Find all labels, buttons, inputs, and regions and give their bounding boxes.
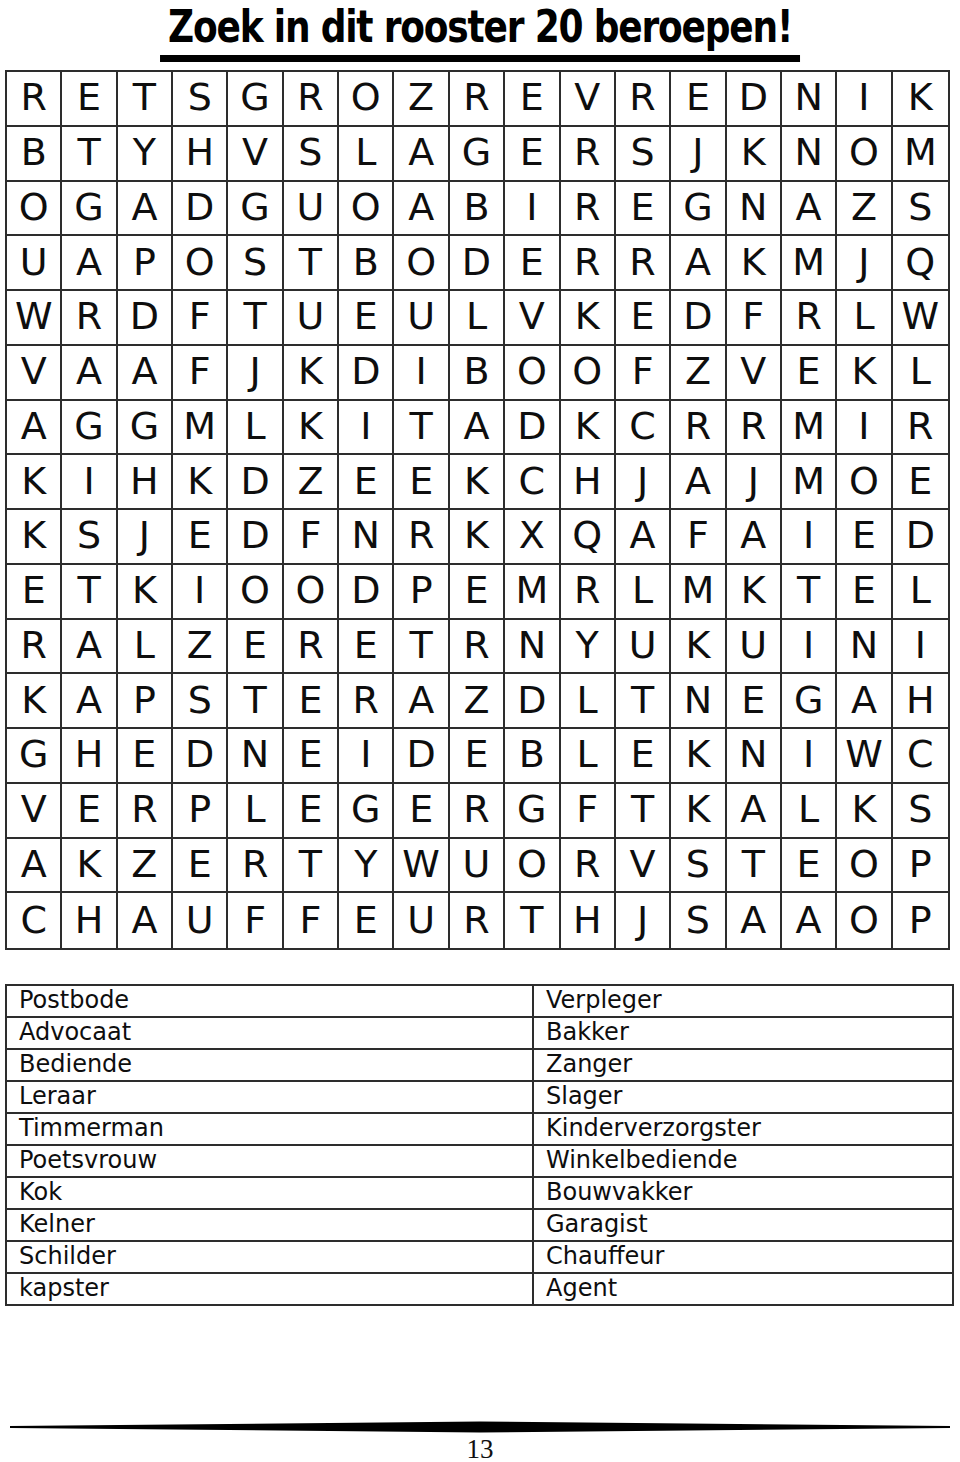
grid-cell: C: [7, 893, 62, 948]
grid-cell: Z: [118, 839, 173, 894]
grid-cell: O: [837, 127, 892, 182]
grid-cell: Z: [671, 346, 726, 401]
grid-cell: A: [727, 893, 782, 948]
grid-cell: D: [173, 182, 228, 237]
grid-cell: R: [727, 401, 782, 456]
grid-cell: B: [339, 236, 394, 291]
word-list-row: PostbodeVerpleger: [6, 985, 953, 1017]
grid-cell: J: [727, 455, 782, 510]
word-item-left: Postbode: [6, 985, 533, 1017]
grid-cell: B: [450, 346, 505, 401]
word-list-row: BediendeZanger: [6, 1049, 953, 1081]
grid-cell: R: [561, 236, 616, 291]
grid-cell: L: [893, 346, 948, 401]
grid-cell: A: [727, 784, 782, 839]
grid-cell: E: [394, 784, 449, 839]
grid-cell: K: [837, 784, 892, 839]
grid-cell: T: [394, 620, 449, 675]
word-item-right: Bakker: [533, 1017, 953, 1049]
grid-cell: J: [228, 346, 283, 401]
grid-cell: Y: [339, 839, 394, 894]
grid-cell: E: [505, 72, 560, 127]
word-list-row: KelnerGaragist: [6, 1209, 953, 1241]
grid-cell: E: [671, 72, 726, 127]
grid-cell: A: [62, 236, 117, 291]
grid-cell: U: [173, 893, 228, 948]
grid-cell: O: [7, 182, 62, 237]
grid-cell: R: [450, 893, 505, 948]
grid-cell: A: [7, 401, 62, 456]
grid-cell: A: [727, 510, 782, 565]
grid-cell: G: [62, 401, 117, 456]
grid-cell: D: [505, 401, 560, 456]
grid-cell: T: [118, 72, 173, 127]
title-row: Zoek in dit rooster 20 beroepen!: [0, 0, 960, 62]
grid-cell: I: [339, 401, 394, 456]
grid-cell: K: [284, 346, 339, 401]
grid-cell: A: [782, 182, 837, 237]
grid-cell: F: [727, 291, 782, 346]
grid-cell: H: [62, 893, 117, 948]
grid-cell: E: [837, 510, 892, 565]
grid-cell: I: [837, 401, 892, 456]
grid-cell: G: [7, 729, 62, 784]
grid-cell: L: [228, 401, 283, 456]
grid-cell: S: [173, 674, 228, 729]
grid-cell: N: [339, 510, 394, 565]
grid-cell: L: [228, 784, 283, 839]
grid-cell: F: [284, 893, 339, 948]
grid-cell: N: [782, 72, 837, 127]
grid-cell: G: [671, 182, 726, 237]
grid-cell: K: [561, 401, 616, 456]
grid-cell: O: [561, 346, 616, 401]
grid-cell: R: [893, 401, 948, 456]
grid-cell: D: [228, 510, 283, 565]
grid-cell: Z: [173, 620, 228, 675]
page-title: Zoek in dit rooster 20 beroepen!: [160, 0, 800, 62]
grid-cell: M: [173, 401, 228, 456]
grid-cell: H: [118, 455, 173, 510]
grid-cell: E: [228, 620, 283, 675]
word-item-left: Advocaat: [6, 1017, 533, 1049]
grid-cell: C: [505, 455, 560, 510]
word-item-right: Kinderverzorgster: [533, 1113, 953, 1145]
grid-cell: R: [450, 784, 505, 839]
grid-cell: E: [339, 893, 394, 948]
grid-cell: K: [561, 291, 616, 346]
grid-cell: R: [561, 127, 616, 182]
grid-cell: V: [616, 839, 671, 894]
grid-cell: T: [394, 401, 449, 456]
grid-cell: H: [893, 674, 948, 729]
grid-cell: R: [561, 565, 616, 620]
word-list-row: TimmermanKinderverzorgster: [6, 1113, 953, 1145]
grid-cell: S: [173, 72, 228, 127]
grid-cell: O: [505, 839, 560, 894]
grid-cell: P: [173, 784, 228, 839]
grid-cell: A: [118, 346, 173, 401]
grid-cell: O: [228, 565, 283, 620]
grid-cell: M: [671, 565, 726, 620]
grid-cell: R: [7, 72, 62, 127]
grid-cell: E: [284, 674, 339, 729]
grid-cell: O: [284, 565, 339, 620]
grid-cell: D: [505, 674, 560, 729]
grid-cell: R: [118, 784, 173, 839]
grid-cell: R: [7, 620, 62, 675]
grid-cell: M: [782, 455, 837, 510]
grid-cell: A: [394, 674, 449, 729]
grid-cell: E: [616, 729, 671, 784]
grid-cell: R: [228, 839, 283, 894]
grid-cell: R: [616, 236, 671, 291]
grid-cell: E: [118, 729, 173, 784]
grid-cell: U: [284, 291, 339, 346]
grid-cell: R: [62, 291, 117, 346]
grid-cell: E: [450, 565, 505, 620]
grid-cell: B: [505, 729, 560, 784]
word-item-left: Leraar: [6, 1081, 533, 1113]
grid-cell: I: [173, 565, 228, 620]
grid-cell: V: [727, 346, 782, 401]
grid-cell: Y: [118, 127, 173, 182]
grid-cell: T: [782, 565, 837, 620]
grid-cell: L: [118, 620, 173, 675]
grid-cell: E: [62, 72, 117, 127]
grid-cell: E: [173, 839, 228, 894]
grid-cell: U: [450, 839, 505, 894]
grid-cell: N: [671, 674, 726, 729]
grid-cell: V: [228, 127, 283, 182]
grid-cell: E: [7, 565, 62, 620]
grid-cell: P: [394, 565, 449, 620]
word-list-row: PoetsvrouwWinkelbediende: [6, 1145, 953, 1177]
grid-cell: K: [671, 784, 726, 839]
grid-cell: T: [228, 291, 283, 346]
word-item-right: Zanger: [533, 1049, 953, 1081]
word-item-left: Bediende: [6, 1049, 533, 1081]
grid-cell: H: [173, 127, 228, 182]
grid-cell: M: [782, 236, 837, 291]
grid-cell: R: [561, 182, 616, 237]
word-list-row: SchilderChauffeur: [6, 1241, 953, 1273]
grid-cell: E: [782, 346, 837, 401]
grid-cell: L: [893, 565, 948, 620]
word-item-left: Kelner: [6, 1209, 533, 1241]
grid-cell: B: [450, 182, 505, 237]
word-list-row: AdvocaatBakker: [6, 1017, 953, 1049]
grid-cell: Y: [561, 620, 616, 675]
page-number: 13: [0, 1434, 960, 1462]
grid-cell: E: [505, 127, 560, 182]
grid-cell: E: [450, 729, 505, 784]
grid-cell: W: [893, 291, 948, 346]
grid-cell: F: [616, 346, 671, 401]
grid-cell: F: [173, 346, 228, 401]
grid-cell: F: [671, 510, 726, 565]
grid-cell: D: [671, 291, 726, 346]
grid-cell: R: [616, 72, 671, 127]
word-item-left: kapster: [6, 1273, 533, 1305]
grid-cell: T: [228, 674, 283, 729]
grid-cell: J: [118, 510, 173, 565]
grid-cell: A: [450, 401, 505, 456]
grid-cell: O: [505, 346, 560, 401]
grid-cell: I: [782, 620, 837, 675]
grid-cell: T: [62, 565, 117, 620]
grid-cell: E: [339, 455, 394, 510]
grid-cell: V: [7, 346, 62, 401]
grid-cell: S: [671, 839, 726, 894]
grid-cell: D: [339, 346, 394, 401]
grid-cell: E: [616, 182, 671, 237]
word-list-row: LeraarSlager: [6, 1081, 953, 1113]
grid-cell: E: [339, 620, 394, 675]
grid-cell: N: [837, 620, 892, 675]
grid-cell: I: [782, 729, 837, 784]
word-item-left: Timmerman: [6, 1113, 533, 1145]
grid-cell: P: [118, 236, 173, 291]
grid-cell: K: [7, 455, 62, 510]
grid-cell: L: [782, 784, 837, 839]
grid-cell: E: [62, 784, 117, 839]
grid-cell: W: [7, 291, 62, 346]
grid-cell: G: [118, 401, 173, 456]
grid-cell: D: [727, 72, 782, 127]
grid-cell: A: [7, 839, 62, 894]
grid-cell: A: [62, 620, 117, 675]
word-list-table: PostbodeVerplegerAdvocaatBakkerBediendeZ…: [5, 984, 954, 1306]
grid-cell: A: [394, 127, 449, 182]
grid-cell: H: [62, 729, 117, 784]
word-item-left: Poetsvrouw: [6, 1145, 533, 1177]
grid-cell: T: [616, 674, 671, 729]
grid-cell: E: [893, 455, 948, 510]
grid-cell: M: [893, 127, 948, 182]
grid-cell: S: [228, 236, 283, 291]
grid-cell: R: [671, 401, 726, 456]
grid-cell: Z: [837, 182, 892, 237]
word-list-row: KokBouwvakker: [6, 1177, 953, 1209]
grid-cell: S: [893, 784, 948, 839]
grid-cell: A: [782, 893, 837, 948]
grid-cell: O: [339, 72, 394, 127]
grid-cell: S: [284, 127, 339, 182]
grid-cell: K: [7, 674, 62, 729]
grid-cell: V: [561, 72, 616, 127]
grid-cell: I: [837, 72, 892, 127]
grid-cell: I: [394, 346, 449, 401]
grid-cell: R: [782, 291, 837, 346]
grid-cell: R: [284, 72, 339, 127]
grid-cell: K: [727, 127, 782, 182]
grid-cell: D: [450, 236, 505, 291]
grid-cell: E: [284, 784, 339, 839]
grid-cell: G: [228, 72, 283, 127]
grid-cell: E: [727, 674, 782, 729]
word-list-row: kapsterAgent: [6, 1273, 953, 1305]
grid-cell: K: [173, 455, 228, 510]
grid-cell: P: [893, 839, 948, 894]
grid-cell: L: [561, 729, 616, 784]
grid-cell: X: [505, 510, 560, 565]
grid-cell: N: [782, 127, 837, 182]
grid-cell: E: [394, 455, 449, 510]
grid-cell: N: [505, 620, 560, 675]
grid-cell: Z: [284, 455, 339, 510]
grid-cell: Q: [561, 510, 616, 565]
grid-cell: S: [671, 893, 726, 948]
grid-cell: V: [505, 291, 560, 346]
grid-cell: S: [616, 127, 671, 182]
grid-cell: M: [782, 401, 837, 456]
grid-cell: C: [616, 401, 671, 456]
grid-cell: D: [339, 565, 394, 620]
grid-cell: I: [782, 510, 837, 565]
grid-cell: U: [7, 236, 62, 291]
grid-cell: J: [616, 893, 671, 948]
grid-cell: E: [339, 291, 394, 346]
grid-cell: S: [62, 510, 117, 565]
grid-cell: D: [118, 291, 173, 346]
grid-cell: F: [284, 510, 339, 565]
grid-cell: D: [228, 455, 283, 510]
grid-cell: T: [727, 839, 782, 894]
grid-cell: Z: [394, 72, 449, 127]
grid-cell: E: [505, 236, 560, 291]
grid-cell: R: [394, 510, 449, 565]
tapered-divider-rule: [10, 1421, 950, 1433]
grid-cell: N: [228, 729, 283, 784]
grid-cell: L: [339, 127, 394, 182]
grid-cell: D: [394, 729, 449, 784]
grid-cell: E: [616, 291, 671, 346]
grid-cell: F: [561, 784, 616, 839]
grid-cell: R: [339, 674, 394, 729]
grid-cell: A: [118, 893, 173, 948]
grid-cell: A: [118, 182, 173, 237]
grid-cell: G: [339, 784, 394, 839]
grid-cell: N: [727, 729, 782, 784]
grid-cell: O: [837, 893, 892, 948]
grid-cell: J: [671, 127, 726, 182]
grid-cell: K: [450, 455, 505, 510]
grid-cell: K: [671, 729, 726, 784]
grid-cell: G: [782, 674, 837, 729]
worksheet-page: Zoek in dit rooster 20 beroepen! RETSGRO…: [0, 0, 960, 1462]
grid-cell: I: [505, 182, 560, 237]
grid-cell: W: [394, 839, 449, 894]
word-item-left: Kok: [6, 1177, 533, 1209]
grid-cell: T: [616, 784, 671, 839]
grid-cell: Q: [893, 236, 948, 291]
grid-cell: K: [450, 510, 505, 565]
grid-cell: W: [837, 729, 892, 784]
grid-cell: T: [284, 839, 339, 894]
grid-cell: A: [671, 455, 726, 510]
grid-cell: K: [893, 72, 948, 127]
grid-cell: O: [837, 839, 892, 894]
grid-cell: G: [450, 127, 505, 182]
grid-cell: L: [837, 291, 892, 346]
grid-cell: G: [62, 182, 117, 237]
grid-cell: P: [118, 674, 173, 729]
grid-cell: H: [561, 455, 616, 510]
grid-cell: R: [450, 72, 505, 127]
word-item-right: Bouwvakker: [533, 1177, 953, 1209]
grid-cell: K: [671, 620, 726, 675]
grid-cell: N: [727, 182, 782, 237]
grid-cell: Z: [450, 674, 505, 729]
grid-cell: S: [893, 182, 948, 237]
grid-cell: R: [450, 620, 505, 675]
grid-cell: D: [893, 510, 948, 565]
word-item-right: Verpleger: [533, 985, 953, 1017]
grid-cell: U: [284, 182, 339, 237]
grid-cell: A: [671, 236, 726, 291]
grid-cell: K: [284, 401, 339, 456]
grid-cell: E: [173, 510, 228, 565]
grid-cell: K: [837, 346, 892, 401]
word-item-right: Winkelbediende: [533, 1145, 953, 1177]
grid-cell: U: [394, 893, 449, 948]
grid-cell: H: [561, 893, 616, 948]
grid-cell: U: [394, 291, 449, 346]
grid-cell: J: [616, 455, 671, 510]
grid-cell: K: [118, 565, 173, 620]
grid-cell: G: [505, 784, 560, 839]
grid-cell: P: [893, 893, 948, 948]
grid-cell: E: [782, 839, 837, 894]
grid-cell: O: [837, 455, 892, 510]
grid-cell: V: [7, 784, 62, 839]
grid-cell: R: [284, 620, 339, 675]
grid-cell: B: [7, 127, 62, 182]
word-item-right: Garagist: [533, 1209, 953, 1241]
word-item-right: Agent: [533, 1273, 953, 1305]
word-item-right: Chauffeur: [533, 1241, 953, 1273]
word-search-grid: RETSGROZREVREDNIKBTYHVSLAGERSJKNOMOGADGU…: [5, 70, 950, 950]
grid-cell: L: [450, 291, 505, 346]
grid-cell: J: [837, 236, 892, 291]
grid-cell: K: [62, 839, 117, 894]
grid-cell: C: [893, 729, 948, 784]
grid-cell: E: [837, 565, 892, 620]
grid-cell: T: [284, 236, 339, 291]
grid-cell: I: [62, 455, 117, 510]
grid-cell: A: [394, 182, 449, 237]
grid-cell: A: [62, 674, 117, 729]
grid-cell: U: [616, 620, 671, 675]
word-item-right: Slager: [533, 1081, 953, 1113]
grid-cell: R: [561, 839, 616, 894]
grid-cell: I: [893, 620, 948, 675]
grid-cell: D: [173, 729, 228, 784]
grid-cell: F: [228, 893, 283, 948]
grid-cell: K: [727, 565, 782, 620]
grid-cell: A: [616, 510, 671, 565]
grid-cell: T: [505, 893, 560, 948]
grid-cell: E: [284, 729, 339, 784]
grid-cell: O: [394, 236, 449, 291]
grid-cell: A: [62, 346, 117, 401]
grid-cell: O: [173, 236, 228, 291]
grid-cell: A: [837, 674, 892, 729]
grid-cell: G: [228, 182, 283, 237]
grid-cell: L: [561, 674, 616, 729]
grid-cell: I: [339, 729, 394, 784]
